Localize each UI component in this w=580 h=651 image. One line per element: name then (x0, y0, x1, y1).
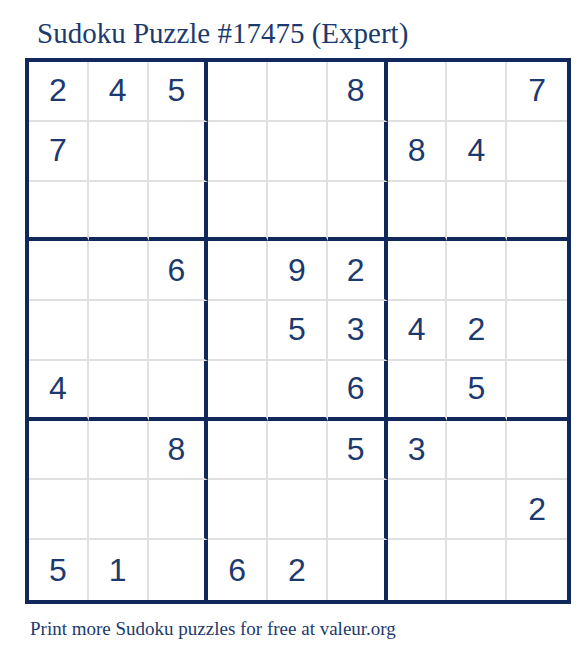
cell-r8c7 (388, 480, 448, 540)
cell-r5c1 (29, 301, 89, 361)
cell-r3c5 (268, 182, 328, 242)
page: Sudoku Puzzle #17475 (Expert) 2458778469… (0, 17, 580, 651)
cell-r5c3 (149, 301, 209, 361)
cell-r5c6: 3 (328, 301, 388, 361)
cell-r7c7: 3 (388, 421, 448, 481)
cell-r9c5: 2 (268, 540, 328, 600)
footer-text: Print more Sudoku puzzles for free at va… (30, 618, 580, 640)
cell-r5c5: 5 (268, 301, 328, 361)
cell-r6c5 (268, 361, 328, 421)
cell-r1c3: 5 (149, 62, 209, 122)
cell-r9c7 (388, 540, 448, 600)
cell-r7c6: 5 (328, 421, 388, 481)
cell-r2c6 (328, 122, 388, 182)
cell-r1c5 (268, 62, 328, 122)
cell-r7c4 (208, 421, 268, 481)
cell-r3c9 (507, 182, 567, 242)
cell-r7c9 (507, 421, 567, 481)
cell-r4c6: 2 (328, 241, 388, 301)
cell-r9c2: 1 (89, 540, 149, 600)
cell-r6c6: 6 (328, 361, 388, 421)
cell-r9c1: 5 (29, 540, 89, 600)
cell-r4c8 (447, 241, 507, 301)
cell-r4c9 (507, 241, 567, 301)
cell-r6c4 (208, 361, 268, 421)
cell-r1c9: 7 (507, 62, 567, 122)
cell-r3c6 (328, 182, 388, 242)
cell-r7c2 (89, 421, 149, 481)
cell-r6c8: 5 (447, 361, 507, 421)
cell-r6c3 (149, 361, 209, 421)
cell-r8c2 (89, 480, 149, 540)
cell-r7c8 (447, 421, 507, 481)
cell-r3c4 (208, 182, 268, 242)
cell-r4c2 (89, 241, 149, 301)
cell-r7c1 (29, 421, 89, 481)
cell-r9c3 (149, 540, 209, 600)
sudoku-board: 24587784692534246585325162 (25, 58, 571, 604)
cell-r3c2 (89, 182, 149, 242)
cell-r8c4 (208, 480, 268, 540)
cell-r4c7 (388, 241, 448, 301)
cell-r2c2 (89, 122, 149, 182)
cell-r1c7 (388, 62, 448, 122)
cell-r8c1 (29, 480, 89, 540)
cell-r7c3: 8 (149, 421, 209, 481)
cell-r2c3 (149, 122, 209, 182)
cell-r1c2: 4 (89, 62, 149, 122)
cell-r1c6: 8 (328, 62, 388, 122)
cell-r8c8 (447, 480, 507, 540)
cell-r3c1 (29, 182, 89, 242)
cell-r6c2 (89, 361, 149, 421)
cell-r9c8 (447, 540, 507, 600)
cell-r8c5 (268, 480, 328, 540)
cell-r4c4 (208, 241, 268, 301)
cell-r5c8: 2 (447, 301, 507, 361)
cell-r2c9 (507, 122, 567, 182)
cell-r6c7 (388, 361, 448, 421)
cell-r3c8 (447, 182, 507, 242)
cell-r5c7: 4 (388, 301, 448, 361)
cell-r2c7: 8 (388, 122, 448, 182)
cell-r2c1: 7 (29, 122, 89, 182)
cell-r3c3 (149, 182, 209, 242)
cell-r4c5: 9 (268, 241, 328, 301)
cell-r2c8: 4 (447, 122, 507, 182)
cell-r8c6 (328, 480, 388, 540)
cell-r5c4 (208, 301, 268, 361)
cell-r5c9 (507, 301, 567, 361)
cell-r7c5 (268, 421, 328, 481)
cell-r3c7 (388, 182, 448, 242)
cell-r2c5 (268, 122, 328, 182)
cell-r1c1: 2 (29, 62, 89, 122)
cell-r8c3 (149, 480, 209, 540)
cell-r6c9 (507, 361, 567, 421)
cell-r1c4 (208, 62, 268, 122)
cell-r1c8 (447, 62, 507, 122)
page-title: Sudoku Puzzle #17475 (Expert) (37, 17, 580, 50)
cell-r4c1 (29, 241, 89, 301)
cell-r9c6 (328, 540, 388, 600)
cell-r8c9: 2 (507, 480, 567, 540)
cell-r6c1: 4 (29, 361, 89, 421)
cell-r4c3: 6 (149, 241, 209, 301)
cell-r2c4 (208, 122, 268, 182)
cell-r9c9 (507, 540, 567, 600)
cell-r5c2 (89, 301, 149, 361)
cell-r9c4: 6 (208, 540, 268, 600)
